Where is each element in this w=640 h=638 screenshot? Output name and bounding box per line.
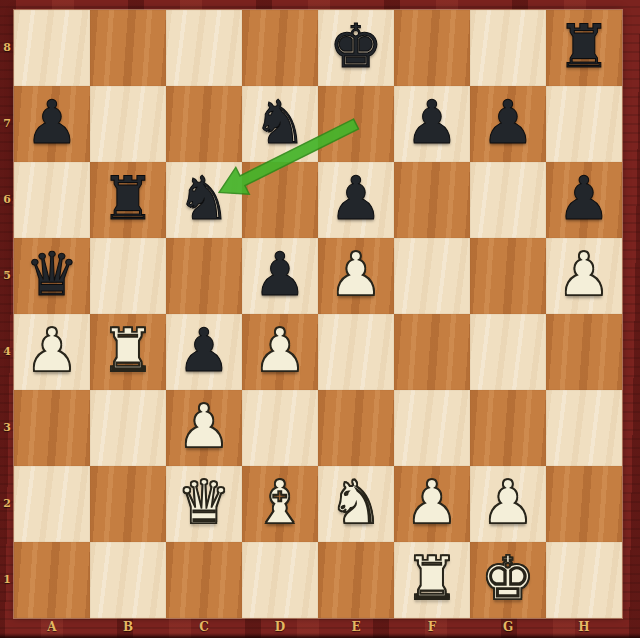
white-pawn-a4[interactable]: ♟ [25,312,79,388]
square-b7[interactable] [90,86,166,162]
square-c8[interactable] [166,10,242,86]
square-f2[interactable]: ♟ [394,466,470,542]
chess-board[interactable]: ♚♜♟♞♟♟♜♞♟♟♛♟♟♟♟♜♟♟♟♛♝♞♟♟♜♚ [14,10,622,618]
square-b3[interactable] [90,390,166,466]
square-c4[interactable]: ♟ [166,314,242,390]
black-pawn-d5[interactable]: ♟ [253,236,307,312]
rank-label-7: 7 [0,86,14,162]
square-b5[interactable] [90,238,166,314]
square-e4[interactable] [318,314,394,390]
white-pawn-g2[interactable]: ♟ [481,464,535,540]
black-rook-h8[interactable]: ♜ [557,8,611,84]
square-h8[interactable]: ♜ [546,10,622,86]
black-pawn-f7[interactable]: ♟ [405,84,459,160]
square-g8[interactable] [470,10,546,86]
rank-label-6: 6 [0,162,14,238]
square-h7[interactable] [546,86,622,162]
black-pawn-c4[interactable]: ♟ [177,312,231,388]
file-label-d: D [242,617,318,638]
file-labels: ABCDEFGH [14,617,622,638]
square-b6[interactable]: ♜ [90,162,166,238]
file-label-g: G [470,617,546,638]
rank-label-1: 1 [0,542,14,618]
white-king-g1[interactable]: ♚ [481,540,535,616]
square-b1[interactable] [90,542,166,618]
white-pawn-d4[interactable]: ♟ [253,312,307,388]
white-knight-e2[interactable]: ♞ [329,464,383,540]
square-b8[interactable] [90,10,166,86]
square-a1[interactable] [14,542,90,618]
file-label-c: C [166,617,242,638]
square-g6[interactable] [470,162,546,238]
square-e1[interactable] [318,542,394,618]
black-pawn-a7[interactable]: ♟ [25,84,79,160]
white-rook-f1[interactable]: ♜ [405,540,459,616]
square-f7[interactable]: ♟ [394,86,470,162]
square-a2[interactable] [14,466,90,542]
chess-board-frame: ♚♜♟♞♟♟♜♞♟♟♛♟♟♟♟♜♟♟♟♛♝♞♟♟♜♚ 87654321 ABCD… [0,0,640,638]
rank-label-5: 5 [0,238,14,314]
square-e5[interactable]: ♟ [318,238,394,314]
square-g3[interactable] [470,390,546,466]
square-e2[interactable]: ♞ [318,466,394,542]
square-g2[interactable]: ♟ [470,466,546,542]
black-knight-d7[interactable]: ♞ [253,84,307,160]
square-c7[interactable] [166,86,242,162]
square-h5[interactable]: ♟ [546,238,622,314]
white-rook-b4[interactable]: ♜ [101,312,155,388]
black-pawn-e6[interactable]: ♟ [329,160,383,236]
square-a6[interactable] [14,162,90,238]
square-f4[interactable] [394,314,470,390]
square-f5[interactable] [394,238,470,314]
rank-label-4: 4 [0,314,14,390]
square-h2[interactable] [546,466,622,542]
square-h6[interactable]: ♟ [546,162,622,238]
white-queen-c2[interactable]: ♛ [177,464,231,540]
file-label-f: F [394,617,470,638]
square-f6[interactable] [394,162,470,238]
square-c3[interactable]: ♟ [166,390,242,466]
square-d8[interactable] [242,10,318,86]
square-e6[interactable]: ♟ [318,162,394,238]
rank-label-3: 3 [0,390,14,466]
square-d2[interactable]: ♝ [242,466,318,542]
file-label-b: B [90,617,166,638]
square-g4[interactable] [470,314,546,390]
rank-labels: 87654321 [0,10,14,618]
square-h3[interactable] [546,390,622,466]
square-e8[interactable]: ♚ [318,10,394,86]
square-e3[interactable] [318,390,394,466]
square-a8[interactable] [14,10,90,86]
square-c5[interactable] [166,238,242,314]
black-rook-b6[interactable]: ♜ [101,160,155,236]
square-b4[interactable]: ♜ [90,314,166,390]
square-d1[interactable] [242,542,318,618]
square-a7[interactable]: ♟ [14,86,90,162]
rank-label-2: 2 [0,466,14,542]
rank-label-8: 8 [0,10,14,86]
square-f3[interactable] [394,390,470,466]
black-king-e8[interactable]: ♚ [329,8,383,84]
black-pawn-g7[interactable]: ♟ [481,84,535,160]
white-pawn-f2[interactable]: ♟ [405,464,459,540]
square-d6[interactable] [242,162,318,238]
square-g7[interactable]: ♟ [470,86,546,162]
square-d5[interactable]: ♟ [242,238,318,314]
square-d7[interactable]: ♞ [242,86,318,162]
black-knight-c6[interactable]: ♞ [177,160,231,236]
square-d4[interactable]: ♟ [242,314,318,390]
square-f1[interactable]: ♜ [394,542,470,618]
square-f8[interactable] [394,10,470,86]
square-a3[interactable] [14,390,90,466]
square-c6[interactable]: ♞ [166,162,242,238]
square-g1[interactable]: ♚ [470,542,546,618]
square-a5[interactable]: ♛ [14,238,90,314]
file-label-h: H [546,617,622,638]
square-c2[interactable]: ♛ [166,466,242,542]
black-queen-a5[interactable]: ♛ [25,236,79,312]
square-c1[interactable] [166,542,242,618]
white-pawn-c3[interactable]: ♟ [177,388,231,464]
square-h4[interactable] [546,314,622,390]
square-g5[interactable] [470,238,546,314]
white-pawn-h5[interactable]: ♟ [557,236,611,312]
square-b2[interactable] [90,466,166,542]
square-h1[interactable] [546,542,622,618]
file-label-e: E [318,617,394,638]
square-a4[interactable]: ♟ [14,314,90,390]
file-label-a: A [14,617,90,638]
white-pawn-e5[interactable]: ♟ [329,236,383,312]
black-pawn-h6[interactable]: ♟ [557,160,611,236]
square-d3[interactable] [242,390,318,466]
square-e7[interactable] [318,86,394,162]
white-bishop-d2[interactable]: ♝ [253,464,307,540]
